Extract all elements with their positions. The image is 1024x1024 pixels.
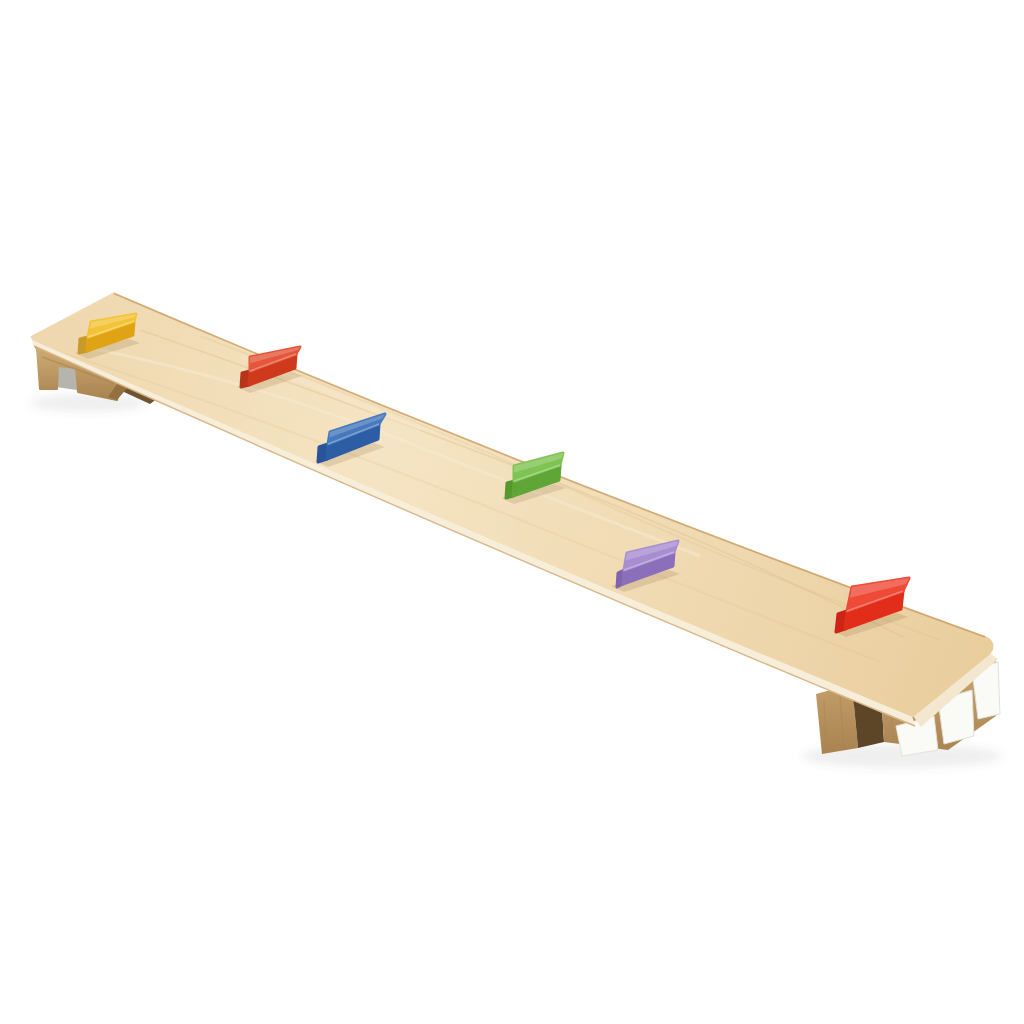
product-photo-balance-beam (0, 0, 1024, 1024)
left-ground-shadow (30, 394, 146, 412)
